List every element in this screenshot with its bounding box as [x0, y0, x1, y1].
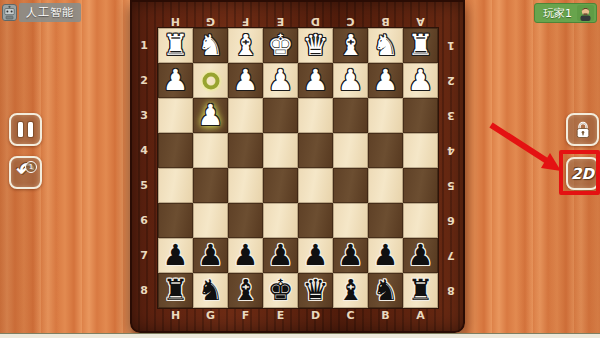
white-pawn-a2[interactable]: ♟ [408, 63, 434, 98]
square-f6[interactable] [228, 203, 263, 238]
square-c4[interactable] [333, 133, 368, 168]
square-f3[interactable] [228, 98, 263, 133]
file-labels-top: HGFEDCBA [158, 0, 438, 28]
coord-label-3: 3 [130, 98, 158, 133]
square-d7[interactable]: ♟ [298, 238, 333, 273]
coord-label-1: 1 [130, 28, 158, 63]
black-king-e8[interactable]: ♚ [268, 273, 294, 308]
black-rook-a8[interactable]: ♜ [408, 273, 434, 308]
square-g2[interactable] [193, 63, 228, 98]
square-b8[interactable]: ♞ [368, 273, 403, 308]
square-f5[interactable] [228, 168, 263, 203]
black-pawn-c7[interactable]: ♟ [338, 238, 364, 273]
lock-button[interactable] [566, 113, 599, 146]
coord-label-f: F [228, 15, 263, 28]
pause-button[interactable] [9, 113, 42, 146]
black-pawn-f7[interactable]: ♟ [233, 238, 259, 273]
white-bishop-c1[interactable]: ♝ [338, 28, 364, 63]
black-pawn-b7[interactable]: ♟ [373, 238, 399, 273]
app-screen: 人工智能 玩家1 HGFEDCBA 12345678 12345678 HGFE… [0, 0, 600, 338]
chess-board: ♜♞♝♚♛♝♞♜♟♟♟♟♟♟♟♟♟♟♟♟♟♟♟♟♜♞♝♚♛♝♞♜ [158, 28, 438, 308]
square-b5[interactable] [368, 168, 403, 203]
square-a3[interactable] [403, 98, 438, 133]
coord-label-f: F [228, 309, 263, 322]
square-h2[interactable]: ♟ [158, 63, 193, 98]
last-move-origin-marker [202, 72, 219, 89]
black-bishop-f8[interactable]: ♝ [233, 273, 259, 308]
white-king-e1[interactable]: ♚ [268, 28, 294, 63]
square-g8[interactable]: ♞ [193, 273, 228, 308]
square-a8[interactable]: ♜ [403, 273, 438, 308]
coord-label-d: D [298, 15, 333, 28]
black-pawn-d7[interactable]: ♟ [303, 238, 329, 273]
square-c8[interactable]: ♝ [333, 273, 368, 308]
square-c7[interactable]: ♟ [333, 238, 368, 273]
square-d3[interactable] [298, 98, 333, 133]
square-g6[interactable] [193, 203, 228, 238]
black-queen-d8[interactable]: ♛ [303, 273, 329, 308]
white-pawn-d2[interactable]: ♟ [303, 63, 329, 98]
black-bishop-c8[interactable]: ♝ [338, 273, 364, 308]
square-h3[interactable] [158, 98, 193, 133]
white-bishop-f1[interactable]: ♝ [233, 28, 259, 63]
white-pawn-b2[interactable]: ♟ [373, 63, 399, 98]
square-h1[interactable]: ♜ [158, 28, 193, 63]
black-knight-g8[interactable]: ♞ [198, 273, 224, 308]
square-h6[interactable] [158, 203, 193, 238]
square-e1[interactable]: ♚ [263, 28, 298, 63]
human-player-name: 玩家1 [543, 6, 572, 21]
white-pawn-f2[interactable]: ♟ [233, 63, 259, 98]
square-e4[interactable] [263, 133, 298, 168]
coord-label-e: E [263, 15, 298, 28]
view-2d-button[interactable]: 2D [566, 157, 599, 190]
square-g7[interactable]: ♟ [193, 238, 228, 273]
white-pawn-h2[interactable]: ♟ [163, 63, 189, 98]
square-d4[interactable] [298, 133, 333, 168]
square-f2[interactable]: ♟ [228, 63, 263, 98]
white-rook-a1[interactable]: ♜ [408, 28, 434, 63]
white-pawn-e2[interactable]: ♟ [268, 63, 294, 98]
white-knight-b1[interactable]: ♞ [373, 28, 399, 63]
rank-labels-right: 12345678 [437, 28, 465, 308]
coord-label-g: G [193, 309, 228, 322]
square-h5[interactable] [158, 168, 193, 203]
coord-label-3: 3 [437, 98, 465, 133]
coord-label-8: 8 [437, 273, 465, 308]
square-c6[interactable] [333, 203, 368, 238]
square-g3[interactable]: ♟ [193, 98, 228, 133]
square-h4[interactable] [158, 133, 193, 168]
coord-label-5: 5 [130, 168, 158, 203]
coord-label-2: 2 [437, 63, 465, 98]
robot-icon [2, 4, 17, 21]
view-2d-label: 2D [571, 165, 594, 183]
square-d1[interactable]: ♛ [298, 28, 333, 63]
square-b6[interactable] [368, 203, 403, 238]
coord-label-7: 7 [130, 238, 158, 273]
file-labels-bottom: HGFEDCBA [158, 306, 438, 331]
coord-label-4: 4 [130, 133, 158, 168]
square-f4[interactable] [228, 133, 263, 168]
square-d2[interactable]: ♟ [298, 63, 333, 98]
coord-label-b: B [368, 15, 403, 28]
chess-board-frame: HGFEDCBA 12345678 12345678 HGFEDCBA ♜♞♝♚… [130, 0, 465, 333]
square-b2[interactable]: ♟ [368, 63, 403, 98]
square-a7[interactable]: ♟ [403, 238, 438, 273]
ai-player-badge: 人工智能 [2, 3, 81, 21]
coord-label-1: 1 [437, 28, 465, 63]
coord-label-h: H [158, 15, 193, 28]
coord-label-b: B [368, 309, 403, 322]
lock-icon [574, 121, 592, 139]
coord-label-a: A [403, 309, 438, 322]
white-queen-d1[interactable]: ♛ [303, 28, 329, 63]
avatar-icon [577, 5, 594, 21]
square-e7[interactable]: ♟ [263, 238, 298, 273]
black-pawn-h7[interactable]: ♟ [163, 238, 189, 273]
white-knight-g1[interactable]: ♞ [198, 28, 224, 63]
coord-label-6: 6 [437, 203, 465, 238]
pause-icon [16, 122, 36, 137]
black-pawn-g7[interactable]: ♟ [198, 238, 224, 273]
square-c3[interactable] [333, 98, 368, 133]
square-a4[interactable] [403, 133, 438, 168]
square-d6[interactable] [298, 203, 333, 238]
square-b1[interactable]: ♞ [368, 28, 403, 63]
coord-label-5: 5 [437, 168, 465, 203]
square-h7[interactable]: ♟ [158, 238, 193, 273]
square-g5[interactable] [193, 168, 228, 203]
square-g1[interactable]: ♞ [193, 28, 228, 63]
square-d8[interactable]: ♛ [298, 273, 333, 308]
ai-player-name: 人工智能 [19, 3, 81, 22]
square-f1[interactable]: ♝ [228, 28, 263, 63]
square-d5[interactable] [298, 168, 333, 203]
undo-button[interactable]: ↶ 1 [9, 156, 42, 189]
coord-label-2: 2 [130, 63, 158, 98]
white-rook-h1[interactable]: ♜ [163, 28, 189, 63]
square-b4[interactable] [368, 133, 403, 168]
square-a1[interactable]: ♜ [403, 28, 438, 63]
coord-label-h: H [158, 309, 193, 322]
square-h8[interactable]: ♜ [158, 273, 193, 308]
square-a5[interactable] [403, 168, 438, 203]
square-b7[interactable]: ♟ [368, 238, 403, 273]
coord-label-6: 6 [130, 203, 158, 238]
square-e5[interactable] [263, 168, 298, 203]
square-c1[interactable]: ♝ [333, 28, 368, 63]
black-pawn-a7[interactable]: ♟ [408, 238, 434, 273]
square-e8[interactable]: ♚ [263, 273, 298, 308]
coord-label-g: G [193, 15, 228, 28]
coord-label-4: 4 [437, 133, 465, 168]
square-g4[interactable] [193, 133, 228, 168]
coord-label-d: D [298, 309, 333, 322]
square-e6[interactable] [263, 203, 298, 238]
black-pawn-e7[interactable]: ♟ [268, 238, 294, 273]
human-player-badge: 玩家1 [534, 3, 597, 23]
square-b3[interactable] [368, 98, 403, 133]
black-rook-h8[interactable]: ♜ [163, 273, 189, 308]
undo-count-badge: 1 [25, 161, 37, 173]
white-pawn-c2[interactable]: ♟ [338, 63, 364, 98]
square-a2[interactable]: ♟ [403, 63, 438, 98]
rank-labels-left: 12345678 [130, 28, 158, 308]
square-c2[interactable]: ♟ [333, 63, 368, 98]
square-f7[interactable]: ♟ [228, 238, 263, 273]
coord-label-c: C [333, 309, 368, 322]
bottom-edge-strip [0, 333, 600, 338]
coord-label-e: E [263, 309, 298, 322]
square-e2[interactable]: ♟ [263, 63, 298, 98]
coord-label-a: A [403, 15, 438, 28]
square-f8[interactable]: ♝ [228, 273, 263, 308]
coord-label-8: 8 [130, 273, 158, 308]
white-pawn-g3[interactable]: ♟ [198, 98, 224, 133]
coord-label-7: 7 [437, 238, 465, 273]
coord-label-c: C [333, 15, 368, 28]
square-a6[interactable] [403, 203, 438, 238]
black-knight-b8[interactable]: ♞ [373, 273, 399, 308]
square-e3[interactable] [263, 98, 298, 133]
square-c5[interactable] [333, 168, 368, 203]
